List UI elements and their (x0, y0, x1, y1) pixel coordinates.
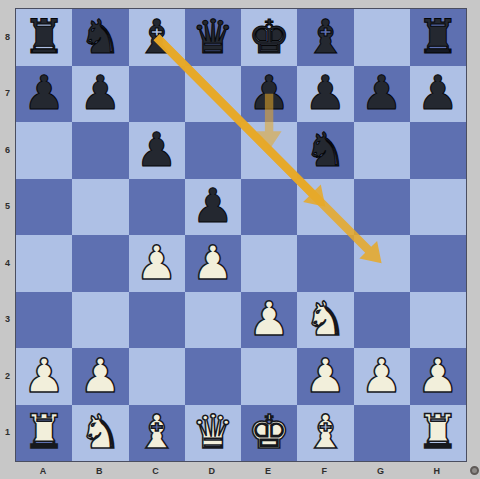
square-e1[interactable]: ♚ (241, 405, 297, 462)
square-g2[interactable]: ♟ (354, 348, 410, 405)
square-h1[interactable]: ♜ (410, 405, 466, 462)
square-d1[interactable]: ♛ (185, 405, 241, 462)
square-b7[interactable]: ♟ (72, 66, 128, 123)
black-queen[interactable]: ♛ (192, 13, 234, 60)
white-knight[interactable]: ♞ (79, 408, 121, 455)
square-b1[interactable]: ♞ (72, 405, 128, 462)
black-knight[interactable]: ♞ (304, 126, 346, 173)
chess-board[interactable]: ♜♞♝♛♚♝♜♟♟♟♟♟♟♟♞♟♟♟♟♞♟♟♟♟♟♜♞♝♛♚♝♜ (16, 9, 466, 461)
square-g7[interactable]: ♟ (354, 66, 410, 123)
rank-label-1: 1 (1, 404, 14, 461)
square-d7[interactable] (185, 66, 241, 123)
square-h5[interactable] (410, 179, 466, 236)
square-e5[interactable] (241, 179, 297, 236)
black-pawn[interactable]: ♟ (417, 69, 459, 116)
rank-label-4: 4 (1, 234, 14, 291)
square-c2[interactable] (129, 348, 185, 405)
white-pawn[interactable]: ♟ (248, 295, 290, 342)
board-frame: ♜♞♝♛♚♝♜♟♟♟♟♟♟♟♞♟♟♟♟♞♟♟♟♟♟♜♞♝♛♚♝♜ (15, 8, 467, 462)
square-h6[interactable] (410, 122, 466, 179)
square-h4[interactable] (410, 235, 466, 292)
file-label-c: C (128, 465, 184, 477)
square-d4[interactable]: ♟ (185, 235, 241, 292)
square-g8[interactable] (354, 9, 410, 66)
square-a7[interactable]: ♟ (16, 66, 72, 123)
black-bishop[interactable]: ♝ (304, 13, 346, 60)
white-queen[interactable]: ♛ (192, 408, 234, 455)
black-pawn[interactable]: ♟ (192, 182, 234, 229)
black-rook[interactable]: ♜ (417, 13, 459, 60)
square-e2[interactable] (241, 348, 297, 405)
file-label-a: A (15, 465, 71, 477)
square-f7[interactable]: ♟ (297, 66, 353, 123)
square-g1[interactable] (354, 405, 410, 462)
square-g6[interactable] (354, 122, 410, 179)
square-e6[interactable] (241, 122, 297, 179)
rank-label-3: 3 (1, 291, 14, 348)
file-label-b: B (71, 465, 127, 477)
square-b2[interactable]: ♟ (72, 348, 128, 405)
black-pawn[interactable]: ♟ (304, 69, 346, 116)
square-b3[interactable] (72, 292, 128, 349)
square-f1[interactable]: ♝ (297, 405, 353, 462)
square-e8[interactable]: ♚ (241, 9, 297, 66)
rank-label-8: 8 (1, 8, 14, 65)
white-knight[interactable]: ♞ (304, 295, 346, 342)
square-f8[interactable]: ♝ (297, 9, 353, 66)
square-a3[interactable] (16, 292, 72, 349)
square-f2[interactable]: ♟ (297, 348, 353, 405)
file-label-h: H (409, 465, 465, 477)
square-e4[interactable] (241, 235, 297, 292)
square-h7[interactable]: ♟ (410, 66, 466, 123)
black-pawn[interactable]: ♟ (136, 126, 178, 173)
rank-label-2: 2 (1, 347, 14, 404)
black-knight[interactable]: ♞ (79, 13, 121, 60)
square-b6[interactable] (72, 122, 128, 179)
square-e7[interactable]: ♟ (241, 66, 297, 123)
square-a5[interactable] (16, 179, 72, 236)
square-c3[interactable] (129, 292, 185, 349)
file-label-d: D (184, 465, 240, 477)
black-pawn[interactable]: ♟ (23, 69, 65, 116)
square-a4[interactable] (16, 235, 72, 292)
white-pawn[interactable]: ♟ (192, 239, 234, 286)
square-c5[interactable] (129, 179, 185, 236)
square-f5[interactable] (297, 179, 353, 236)
white-pawn[interactable]: ♟ (23, 352, 65, 399)
square-h8[interactable]: ♜ (410, 9, 466, 66)
square-a8[interactable]: ♜ (16, 9, 72, 66)
square-f4[interactable] (297, 235, 353, 292)
black-pawn[interactable]: ♟ (361, 69, 403, 116)
white-rook[interactable]: ♜ (417, 408, 459, 455)
white-pawn[interactable]: ♟ (79, 352, 121, 399)
black-bishop[interactable]: ♝ (136, 13, 178, 60)
square-b8[interactable]: ♞ (72, 9, 128, 66)
square-h3[interactable] (410, 292, 466, 349)
square-a2[interactable]: ♟ (16, 348, 72, 405)
black-king[interactable]: ♚ (248, 13, 290, 60)
square-g4[interactable] (354, 235, 410, 292)
square-c7[interactable] (129, 66, 185, 123)
square-b4[interactable] (72, 235, 128, 292)
square-f3[interactable]: ♞ (297, 292, 353, 349)
file-label-f: F (296, 465, 352, 477)
black-pawn[interactable]: ♟ (79, 69, 121, 116)
rank-label-5: 5 (1, 178, 14, 235)
square-d8[interactable]: ♛ (185, 9, 241, 66)
square-a6[interactable] (16, 122, 72, 179)
square-d3[interactable] (185, 292, 241, 349)
square-h2[interactable]: ♟ (410, 348, 466, 405)
rank-label-6: 6 (1, 121, 14, 178)
square-d2[interactable] (185, 348, 241, 405)
file-label-e: E (240, 465, 296, 477)
move-indicator-dot (470, 466, 479, 475)
square-g3[interactable] (354, 292, 410, 349)
white-bishop[interactable]: ♝ (304, 408, 346, 455)
rank-label-7: 7 (1, 65, 14, 122)
white-pawn[interactable]: ♟ (417, 352, 459, 399)
square-a1[interactable]: ♜ (16, 405, 72, 462)
chessboard-widget: ♜♞♝♛♚♝♜♟♟♟♟♟♟♟♞♟♟♟♟♞♟♟♟♟♟♜♞♝♛♚♝♜ 8765432… (0, 0, 480, 479)
square-b5[interactable] (72, 179, 128, 236)
square-g5[interactable] (354, 179, 410, 236)
square-c1[interactable]: ♝ (129, 405, 185, 462)
square-d5[interactable]: ♟ (185, 179, 241, 236)
white-pawn[interactable]: ♟ (361, 352, 403, 399)
white-rook[interactable]: ♜ (23, 408, 65, 455)
square-e3[interactable]: ♟ (241, 292, 297, 349)
white-pawn[interactable]: ♟ (304, 352, 346, 399)
square-c6[interactable]: ♟ (129, 122, 185, 179)
file-label-g: G (353, 465, 409, 477)
white-king[interactable]: ♚ (248, 408, 290, 455)
square-d6[interactable] (185, 122, 241, 179)
black-rook[interactable]: ♜ (23, 13, 65, 60)
black-pawn[interactable]: ♟ (248, 69, 290, 116)
white-bishop[interactable]: ♝ (136, 408, 178, 455)
square-f6[interactable]: ♞ (297, 122, 353, 179)
square-c8[interactable]: ♝ (129, 9, 185, 66)
white-pawn[interactable]: ♟ (136, 239, 178, 286)
square-c4[interactable]: ♟ (129, 235, 185, 292)
